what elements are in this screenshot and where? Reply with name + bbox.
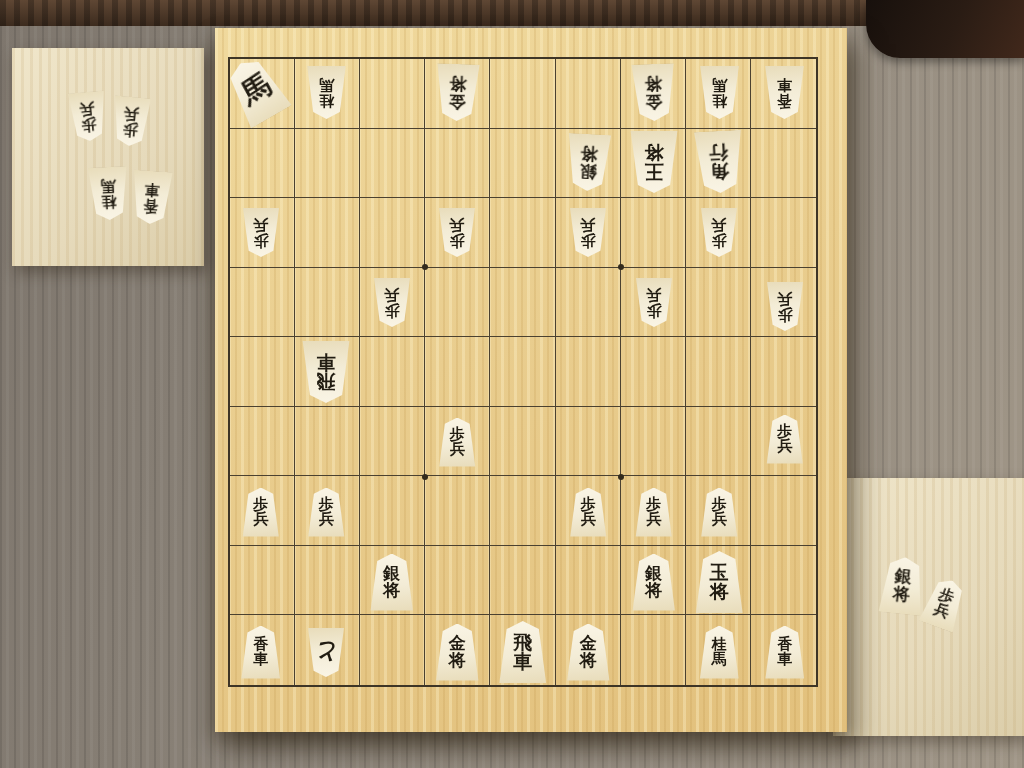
hoshi-dot — [618, 264, 624, 270]
piece-kanji: 車 — [317, 353, 336, 372]
dark-object-top-right — [866, 0, 1024, 58]
piece-kanji: 馬 — [712, 652, 727, 667]
square-1c[interactable] — [751, 198, 816, 268]
piece-kanji: 兵 — [777, 291, 792, 306]
piece-kanji: 兵 — [450, 217, 465, 232]
piece-kanji: 将 — [449, 652, 466, 669]
piece-kanji: 兵 — [253, 512, 268, 527]
piece-kanji: 歩 — [581, 232, 596, 247]
shogi-game-photo: 馬桂馬金将金将桂馬香車銀将王将角行歩兵歩兵歩兵歩兵歩兵歩兵歩兵飛車歩兵歩兵歩兵歩… — [0, 0, 1024, 768]
square-8d[interactable] — [295, 268, 360, 338]
square-7g[interactable] — [360, 476, 425, 546]
square-1g[interactable] — [751, 476, 816, 546]
square-5c[interactable] — [490, 198, 555, 268]
piece-kanji: 歩 — [777, 306, 792, 321]
hoshi-dot — [422, 474, 428, 480]
piece-kanji: 歩 — [646, 302, 661, 317]
piece-kanji: 王 — [644, 162, 663, 181]
square-8f[interactable] — [295, 407, 360, 477]
square-6g[interactable] — [425, 476, 490, 546]
square-9e[interactable] — [230, 337, 295, 407]
piece-kanji: と — [314, 639, 338, 664]
piece-kanji: 香 — [777, 92, 792, 107]
piece-kanji: 角 — [710, 162, 730, 182]
piece-kanji: 将 — [449, 74, 467, 92]
piece-kanji: 行 — [709, 142, 729, 162]
square-1e[interactable] — [751, 337, 816, 407]
square-2e[interactable] — [686, 337, 751, 407]
piece-kanji: 将 — [644, 143, 663, 162]
piece-kanji: 歩 — [712, 232, 727, 247]
square-9d[interactable] — [230, 268, 295, 338]
piece-kanji: 兵 — [712, 512, 727, 527]
piece-kanji: 兵 — [932, 600, 951, 620]
square-1b[interactable] — [751, 129, 816, 199]
piece-kanji: 将 — [892, 584, 911, 603]
piece-kanji: 兵 — [646, 287, 661, 302]
square-7i[interactable] — [360, 615, 425, 685]
piece-kanji: 桂 — [712, 92, 727, 107]
square-7a[interactable] — [360, 59, 425, 129]
piece-kanji: 馬 — [712, 77, 727, 92]
square-5h[interactable] — [490, 546, 555, 616]
hoshi-dot — [618, 474, 624, 480]
square-5a[interactable] — [490, 59, 555, 129]
square-3c[interactable] — [621, 198, 686, 268]
square-7f[interactable] — [360, 407, 425, 477]
piece-kanji: 将 — [645, 74, 663, 92]
piece-kanji: 車 — [777, 652, 792, 667]
piece-kanji: 金 — [645, 92, 663, 110]
square-2f[interactable] — [686, 407, 751, 477]
piece-kanji: 兵 — [646, 512, 661, 527]
square-1h[interactable] — [751, 546, 816, 616]
piece-kanji: 兵 — [777, 439, 792, 454]
piece-kanji: 将 — [383, 582, 400, 599]
piece-kanji: 兵 — [450, 442, 465, 457]
piece-kanji: 兵 — [124, 105, 140, 122]
square-9f[interactable] — [230, 407, 295, 477]
square-3i[interactable] — [621, 615, 686, 685]
piece-kanji: 歩 — [450, 232, 465, 247]
piece-kanji: 兵 — [384, 287, 399, 302]
square-5b[interactable] — [490, 129, 555, 199]
piece-kanji: 車 — [253, 652, 268, 667]
piece-kanji: 金 — [448, 92, 466, 110]
square-4a[interactable] — [556, 59, 621, 129]
hoshi-dot — [422, 264, 428, 270]
square-3f[interactable] — [621, 407, 686, 477]
square-2d[interactable] — [686, 268, 751, 338]
square-8b[interactable] — [295, 129, 360, 199]
piece-kanji: 将 — [645, 582, 662, 599]
square-4f[interactable] — [556, 407, 621, 477]
piece-kanji: 兵 — [79, 100, 95, 117]
piece-kanji: 兵 — [581, 217, 596, 232]
square-5e[interactable] — [490, 337, 555, 407]
square-6b[interactable] — [425, 129, 490, 199]
piece-kanji: 将 — [580, 144, 598, 162]
piece-kanji: 将 — [580, 652, 597, 669]
square-8c[interactable] — [295, 198, 360, 268]
square-6h[interactable] — [425, 546, 490, 616]
square-8h[interactable] — [295, 546, 360, 616]
piece-kanji: 車 — [513, 652, 532, 671]
square-9b[interactable] — [230, 129, 295, 199]
square-4h[interactable] — [556, 546, 621, 616]
square-5d[interactable] — [490, 268, 555, 338]
piece-kanji: 飛 — [317, 372, 336, 391]
square-4d[interactable] — [556, 268, 621, 338]
square-7c[interactable] — [360, 198, 425, 268]
piece-kanji: 車 — [144, 181, 160, 197]
square-6e[interactable] — [425, 337, 490, 407]
piece-kanji: 桂 — [319, 92, 334, 107]
piece-kanji: 兵 — [253, 217, 268, 232]
square-3e[interactable] — [621, 337, 686, 407]
square-9h[interactable] — [230, 546, 295, 616]
square-5g[interactable] — [490, 476, 555, 546]
piece-kanji: 兵 — [581, 512, 596, 527]
gote-piece-stand — [12, 48, 204, 266]
piece-kanji: 将 — [710, 582, 729, 601]
piece-kanji: 歩 — [253, 232, 268, 247]
piece-kanji: 馬 — [100, 177, 116, 193]
piece-kanji: 兵 — [712, 217, 727, 232]
piece-kanji: 兵 — [319, 512, 334, 527]
piece-kanji: 車 — [777, 77, 792, 92]
square-7e[interactable] — [360, 337, 425, 407]
square-6d[interactable] — [425, 268, 490, 338]
square-5f[interactable] — [490, 407, 555, 477]
piece-kanji: 馬 — [319, 77, 334, 92]
piece-kanji: 歩 — [384, 302, 399, 317]
square-4e[interactable] — [556, 337, 621, 407]
square-7b[interactable] — [360, 129, 425, 199]
